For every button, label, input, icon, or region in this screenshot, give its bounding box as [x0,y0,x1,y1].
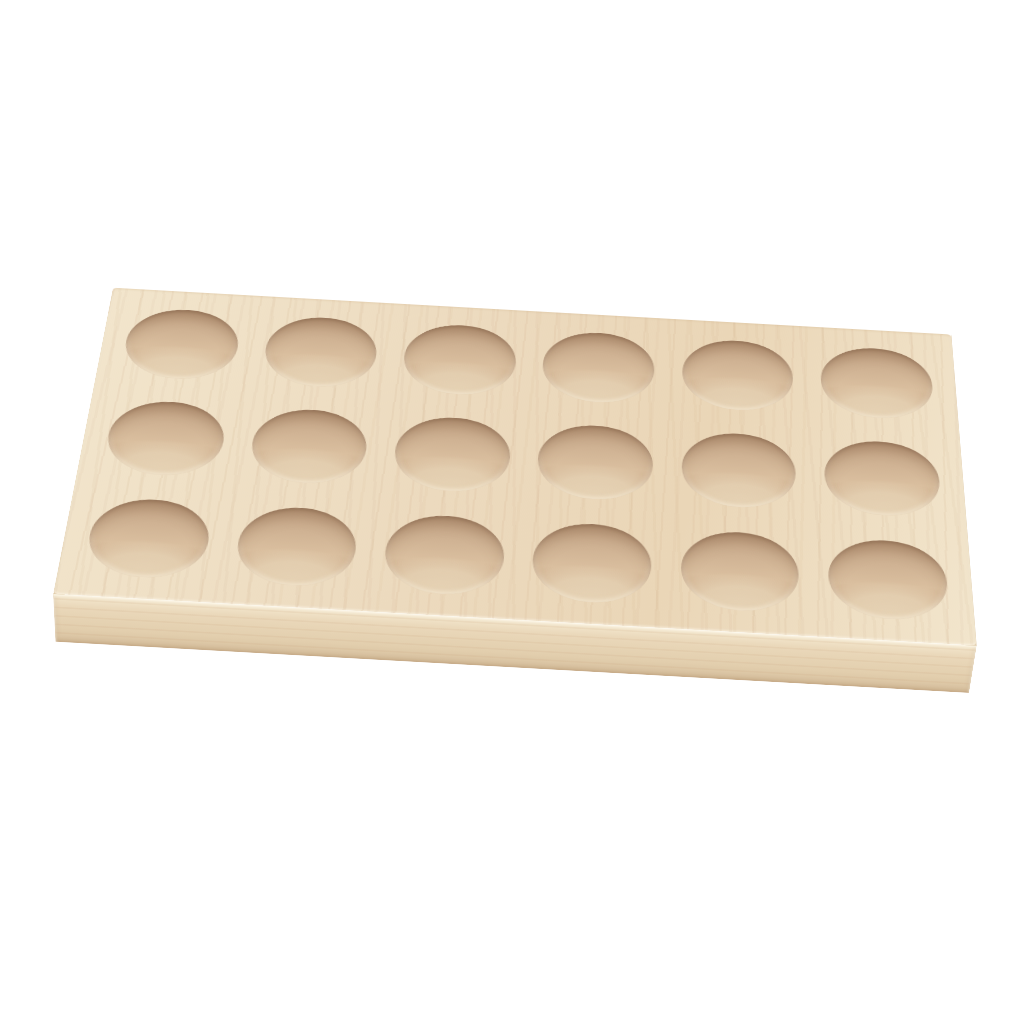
pit-cell-r2-c1 [85,386,245,491]
pit-cell-r3-c2 [215,491,375,603]
pit-r2-c2[interactable] [247,407,371,487]
pit-r2-c6[interactable] [823,438,942,518]
mancala-board [53,288,976,646]
pit-r1-c1[interactable] [120,307,243,382]
pit-r2-c5[interactable] [681,430,797,510]
pit-cell-r3-c1 [65,483,230,594]
pit-r1-c5[interactable] [682,338,794,414]
pit-cell-r1-c6 [805,333,949,433]
pit-cell-r1-c2 [245,303,395,402]
pit-r1-c4[interactable] [541,330,654,406]
pit-cell-r3-c5 [665,516,815,628]
pit-r3-c3[interactable] [382,513,506,598]
board-top-face [53,288,976,646]
pit-cell-r3-c6 [812,524,966,637]
pit-cell-r1-c3 [386,310,532,410]
pit-cell-r3-c3 [365,499,521,611]
pit-r3-c5[interactable] [681,529,801,614]
pit-cell-r2-c6 [809,426,958,532]
board-3d-wrapper [84,218,964,698]
pit-cell-r1-c4 [527,318,669,418]
pit-cell-r1-c5 [668,326,809,426]
pit-cell-r2-c3 [376,402,527,507]
pit-cell-r3-c4 [515,508,666,620]
pit-r3-c1[interactable] [83,496,214,580]
pit-grid [53,288,976,646]
pit-r3-c2[interactable] [232,504,360,589]
pit-r3-c4[interactable] [531,521,652,606]
pit-r2-c1[interactable] [102,399,229,479]
product-photo-scene [0,0,1024,1024]
pit-cell-r2-c5 [667,418,812,524]
pit-r1-c2[interactable] [261,315,381,390]
pit-cell-r2-c4 [521,410,667,516]
pit-r3-c6[interactable] [827,537,950,622]
pit-r2-c4[interactable] [536,422,653,502]
pit-r1-c3[interactable] [401,322,518,397]
pit-cell-r2-c2 [231,394,386,499]
pit-r1-c6[interactable] [820,345,935,421]
pit-r2-c3[interactable] [392,415,512,495]
pit-cell-r1-c1 [104,295,258,394]
